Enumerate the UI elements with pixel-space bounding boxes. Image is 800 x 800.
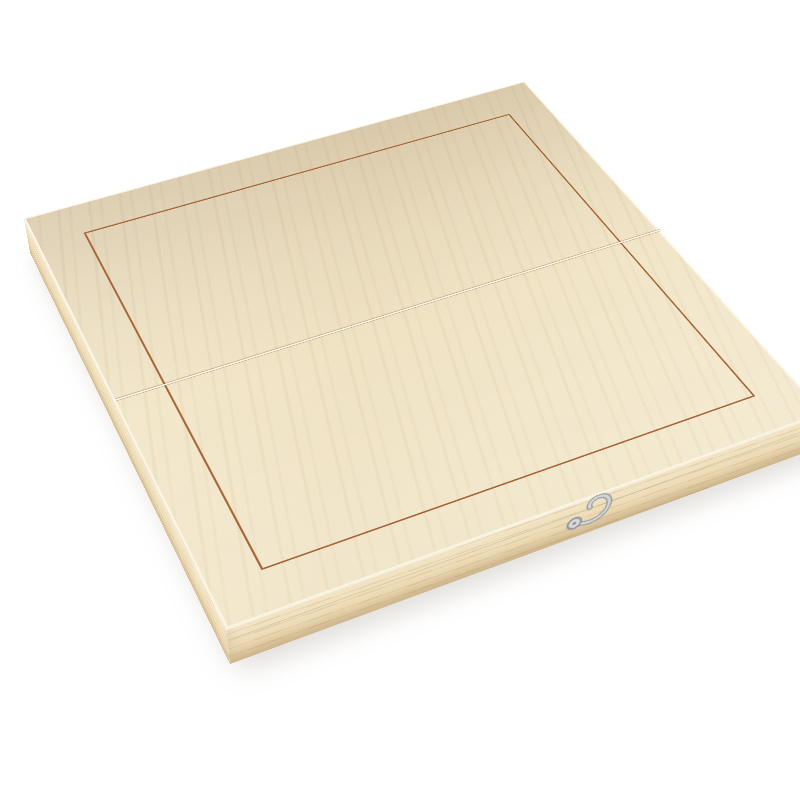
clasp-hook-icon	[582, 492, 611, 524]
product-photo-stage	[0, 0, 800, 800]
board-top	[24, 81, 800, 629]
chess-box	[24, 81, 800, 629]
scene-3d	[0, 0, 800, 800]
